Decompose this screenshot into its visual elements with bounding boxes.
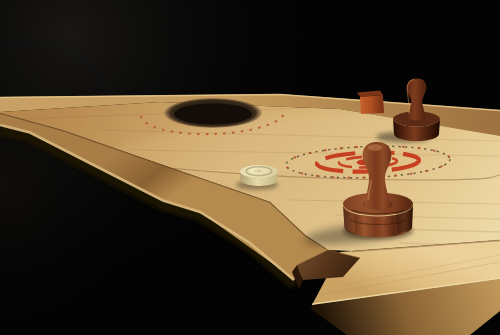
rail-block bbox=[357, 91, 384, 115]
puck[interactable] bbox=[236, 165, 278, 190]
goal-hole-depth bbox=[174, 104, 252, 125]
photo-stage bbox=[0, 0, 500, 335]
puck-centre-dimple bbox=[257, 170, 261, 172]
striker-near-knob-highlight bbox=[368, 144, 382, 150]
rail-block-front bbox=[360, 95, 384, 114]
couronne-board-scene bbox=[0, 0, 500, 335]
